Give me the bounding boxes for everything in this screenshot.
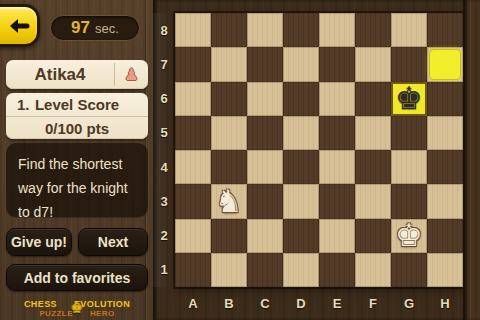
white-knight[interactable]: ♞ — [215, 186, 243, 217]
square-a1[interactable] — [175, 253, 211, 287]
file-label-g: G — [391, 289, 427, 317]
square-d7[interactable] — [283, 47, 319, 81]
rank-label-2: 2 — [153, 219, 175, 253]
square-e3[interactable] — [319, 184, 355, 218]
square-d1[interactable] — [283, 253, 319, 287]
rank-label-6: 6 — [153, 82, 175, 116]
logo-hero: HERO — [90, 309, 115, 318]
square-c6[interactable] — [247, 82, 283, 116]
square-d2[interactable] — [283, 219, 319, 253]
square-c8[interactable] — [247, 13, 283, 47]
square-h8[interactable] — [427, 13, 463, 47]
logo-puzzle: PUZZLE — [39, 309, 73, 318]
file-label-b: B — [211, 289, 247, 317]
square-d8[interactable] — [283, 13, 319, 47]
square-g2[interactable]: ♚ — [391, 219, 427, 253]
square-h4[interactable] — [427, 150, 463, 184]
square-c1[interactable] — [247, 253, 283, 287]
rank-label-3: 3 — [153, 184, 175, 218]
square-f2[interactable] — [355, 219, 391, 253]
square-f1[interactable] — [355, 253, 391, 287]
level-score-label: Level Score — [35, 96, 119, 113]
board: ♚♞♚ — [175, 13, 463, 287]
next-button[interactable]: Next — [78, 228, 148, 256]
square-a3[interactable] — [175, 184, 211, 218]
back-button[interactable] — [0, 4, 40, 47]
square-a7[interactable] — [175, 47, 211, 81]
square-e5[interactable] — [319, 116, 355, 150]
level-score-row: 1. Level Score — [6, 93, 148, 117]
square-b5[interactable] — [211, 116, 247, 150]
file-label-c: C — [247, 289, 283, 317]
sidebar: 97 sec. Atika4 ♟ 1. Level Score 0/100 pt… — [0, 0, 153, 320]
square-d5[interactable] — [283, 116, 319, 150]
file-label-a: A — [175, 289, 211, 317]
square-a6[interactable] — [175, 82, 211, 116]
square-f5[interactable] — [355, 116, 391, 150]
square-g4[interactable] — [391, 150, 427, 184]
points-row: 0/100 pts — [6, 117, 148, 139]
square-h6[interactable] — [427, 82, 463, 116]
pawn-icon: ♟ — [124, 67, 138, 83]
file-labels: ABCDEFGH — [175, 289, 463, 317]
square-g8[interactable] — [391, 13, 427, 47]
points-value: 0/100 pts — [45, 120, 109, 137]
rank-label-8: 8 — [153, 13, 175, 47]
square-d3[interactable] — [283, 184, 319, 218]
square-a5[interactable] — [175, 116, 211, 150]
board-frame: 87654321 ♚♞♚ ABCDEFGH — [153, 0, 480, 320]
rank-label-7: 7 — [153, 47, 175, 81]
square-h7[interactable] — [427, 47, 463, 81]
app-logo: CHESS EVOLUTION PUZZLE HERO ♚ — [17, 299, 137, 317]
square-g3[interactable] — [391, 184, 427, 218]
square-a2[interactable] — [175, 219, 211, 253]
square-e4[interactable] — [319, 150, 355, 184]
square-f4[interactable] — [355, 150, 391, 184]
player-name: Atika4 — [6, 60, 114, 89]
logo-chess: CHESS — [24, 299, 57, 309]
square-h3[interactable] — [427, 184, 463, 218]
square-h5[interactable] — [427, 116, 463, 150]
target-square-highlight — [429, 49, 461, 79]
square-g1[interactable] — [391, 253, 427, 287]
square-f8[interactable] — [355, 13, 391, 47]
square-a8[interactable] — [175, 13, 211, 47]
rank-labels: 87654321 — [153, 13, 175, 287]
timer-unit: sec. — [95, 21, 119, 36]
square-e2[interactable] — [319, 219, 355, 253]
square-e1[interactable] — [319, 253, 355, 287]
square-f6[interactable] — [355, 82, 391, 116]
square-b4[interactable] — [211, 150, 247, 184]
black-king[interactable]: ♚ — [395, 83, 423, 114]
square-h2[interactable] — [427, 219, 463, 253]
back-arrow-icon — [6, 14, 30, 38]
square-b1[interactable] — [211, 253, 247, 287]
square-c4[interactable] — [247, 150, 283, 184]
square-e7[interactable] — [319, 47, 355, 81]
player-card: Atika4 ♟ — [6, 60, 148, 89]
logo-king-icon: ♚ — [70, 299, 83, 317]
player-icon-box[interactable]: ♟ — [115, 60, 148, 89]
board-frame-right-edge — [463, 0, 480, 320]
square-e6[interactable] — [319, 82, 355, 116]
timer-value: 97 — [71, 18, 90, 38]
square-b8[interactable] — [211, 13, 247, 47]
level-score-card: 1. Level Score 0/100 pts — [6, 93, 148, 139]
square-b6[interactable] — [211, 82, 247, 116]
square-d4[interactable] — [283, 150, 319, 184]
square-c7[interactable] — [247, 47, 283, 81]
file-label-d: D — [283, 289, 319, 317]
square-d6[interactable] — [283, 82, 319, 116]
square-c2[interactable] — [247, 219, 283, 253]
square-e8[interactable] — [319, 13, 355, 47]
square-b7[interactable] — [211, 47, 247, 81]
square-a4[interactable] — [175, 150, 211, 184]
square-c3[interactable] — [247, 184, 283, 218]
square-h1[interactable] — [427, 253, 463, 287]
square-b2[interactable] — [211, 219, 247, 253]
file-label-h: H — [427, 289, 463, 317]
rank-label-4: 4 — [153, 150, 175, 184]
level-rank: 1. — [17, 96, 30, 113]
square-f3[interactable] — [355, 184, 391, 218]
square-b3[interactable]: ♞ — [211, 184, 247, 218]
white-king[interactable]: ♚ — [395, 220, 423, 251]
square-f7[interactable] — [355, 47, 391, 81]
rank-label-1: 1 — [153, 253, 175, 287]
file-label-f: F — [355, 289, 391, 317]
puzzle-instruction: Find the shortest way for the knight to … — [6, 143, 148, 218]
give-up-button[interactable]: Give up! — [6, 228, 72, 256]
add-to-favorites-button[interactable]: Add to favorites — [6, 264, 148, 291]
square-c5[interactable] — [247, 116, 283, 150]
app: 97 sec. Atika4 ♟ 1. Level Score 0/100 pt… — [0, 0, 480, 320]
square-g7[interactable] — [391, 47, 427, 81]
square-g5[interactable] — [391, 116, 427, 150]
file-label-e: E — [319, 289, 355, 317]
square-g6[interactable]: ♚ — [391, 82, 427, 116]
timer-panel: 97 sec. — [50, 15, 140, 41]
rank-label-5: 5 — [153, 116, 175, 150]
